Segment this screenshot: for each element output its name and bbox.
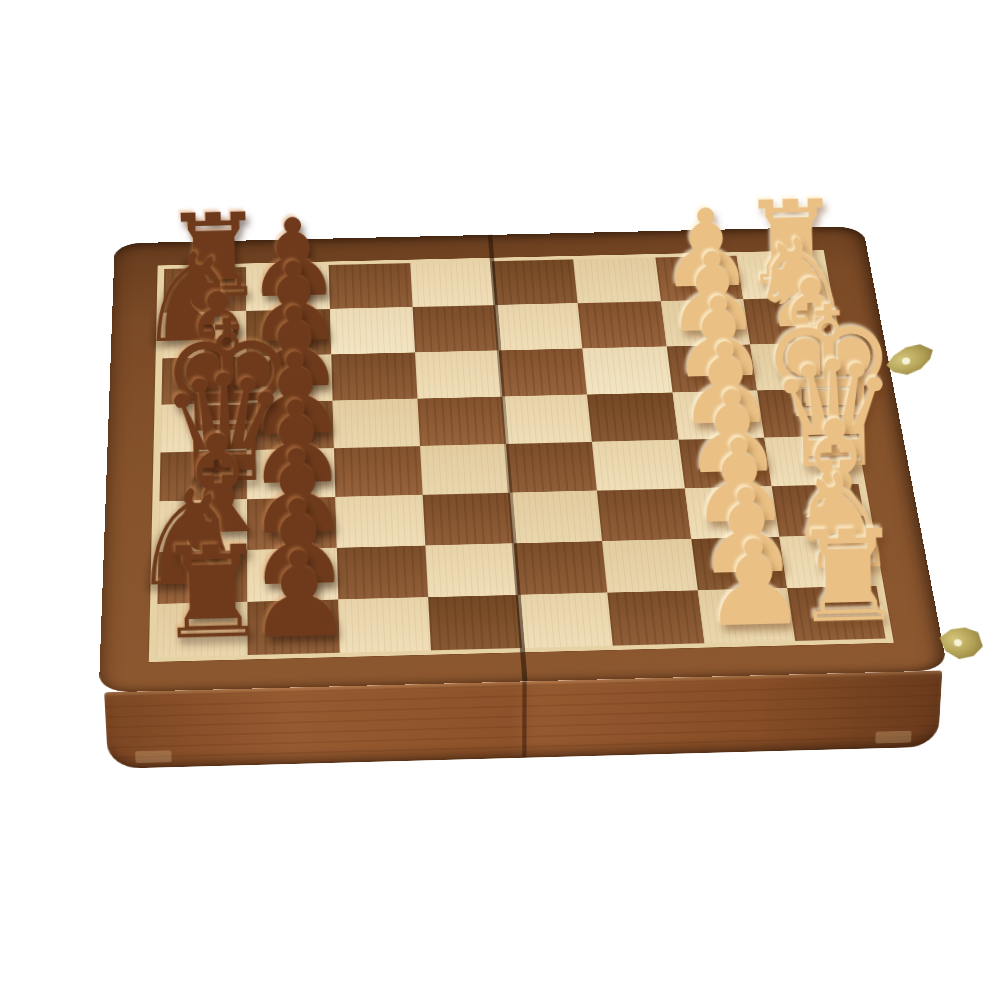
board-grid: ♜♟♟♜♞♟♟♞♝♟♟♝♚♟♟♚♛♟♟♛♝♟♟♝♞♟♟♞♜♟♟♜ bbox=[156, 254, 885, 658]
square-g5[interactable] bbox=[412, 305, 498, 352]
board-perspective-stage: ♜♟♟♜♞♟♟♞♝♟♟♝♚♟♟♚♛♟♟♛♝♟♟♝♞♟♟♞♜♟♟♜ bbox=[108, 46, 904, 842]
square-a8[interactable]: ♜ bbox=[156, 602, 248, 658]
chess-set-product-photo: ♜♟♟♜♞♟♟♞♝♟♟♝♚♟♟♚♛♟♟♛♝♟♟♝♞♟♟♞♜♟♟♜ bbox=[0, 0, 1000, 1000]
square-b3[interactable] bbox=[602, 539, 697, 593]
folding-chess-box: ♜♟♟♜♞♟♟♞♝♟♟♝♚♟♟♚♛♟♟♛♝♟♟♝♞♟♟♞♜♟♟♜ bbox=[99, 226, 948, 692]
square-e4[interactable] bbox=[502, 394, 592, 444]
square-d5[interactable] bbox=[420, 444, 510, 495]
square-a7[interactable]: ♟ bbox=[248, 599, 340, 655]
square-h5[interactable] bbox=[410, 261, 495, 307]
square-c3[interactable] bbox=[597, 489, 691, 541]
square-a5[interactable] bbox=[428, 595, 522, 651]
square-c4[interactable] bbox=[510, 491, 602, 543]
square-d4[interactable] bbox=[506, 442, 597, 493]
square-g4[interactable] bbox=[495, 303, 582, 350]
field-inlay-border: ♜♟♟♜♞♟♟♞♝♟♟♝♚♟♟♚♛♟♟♛♝♟♟♝♞♟♟♞♜♟♟♜ bbox=[149, 250, 894, 662]
square-g3[interactable] bbox=[578, 301, 666, 348]
square-b4[interactable] bbox=[514, 541, 608, 595]
box-front-fold-seam bbox=[522, 681, 526, 758]
black-rook-piece[interactable]: ♜ bbox=[154, 529, 248, 658]
black-pawn-piece[interactable]: ♟ bbox=[245, 535, 339, 656]
corner-joint-left bbox=[135, 750, 172, 763]
square-a2[interactable]: ♟ bbox=[697, 588, 795, 643]
board-top-face: ♜♟♟♜♞♟♟♞♝♟♟♝♚♟♟♚♛♟♟♛♝♟♟♝♞♟♟♞♜♟♟♜ bbox=[99, 226, 948, 692]
square-h4[interactable] bbox=[492, 259, 578, 305]
square-a3[interactable] bbox=[608, 590, 704, 645]
square-a4[interactable] bbox=[518, 592, 613, 647]
corner-joint-right bbox=[875, 731, 911, 744]
square-f4[interactable] bbox=[499, 348, 588, 396]
square-d3[interactable] bbox=[592, 440, 684, 491]
square-c5[interactable] bbox=[422, 493, 513, 545]
square-b5[interactable] bbox=[425, 543, 518, 597]
square-h3[interactable] bbox=[573, 258, 660, 304]
square-f5[interactable] bbox=[415, 350, 503, 398]
square-e5[interactable] bbox=[417, 396, 506, 446]
white-pawn-piece[interactable]: ♟ bbox=[700, 524, 793, 644]
square-f3[interactable] bbox=[582, 346, 672, 394]
square-e3[interactable] bbox=[587, 392, 678, 442]
